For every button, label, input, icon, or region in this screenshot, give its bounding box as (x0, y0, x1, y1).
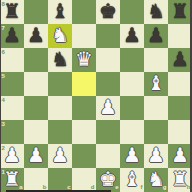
square-a3[interactable]: 3 (0, 120, 24, 144)
square-b5[interactable] (24, 72, 48, 96)
square-b1[interactable]: b (24, 168, 48, 192)
square-b6[interactable] (24, 48, 48, 72)
square-e1[interactable]: e♚ (96, 168, 120, 192)
square-c7[interactable]: ♞ (48, 24, 72, 48)
square-g8[interactable]: ♞ (144, 0, 168, 24)
square-e5[interactable] (96, 72, 120, 96)
square-f8[interactable] (120, 0, 144, 24)
square-c2[interactable]: ♟ (48, 144, 72, 168)
square-b2[interactable]: ♟ (24, 144, 48, 168)
square-h6[interactable]: ♟ (168, 48, 192, 72)
piece-white-pawn[interactable]: ♟ (96, 96, 120, 120)
square-e6[interactable] (96, 48, 120, 72)
bottom-window-seam (6, 190, 111, 192)
square-g1[interactable]: g♞ (144, 168, 168, 192)
square-g5[interactable]: ♝ (144, 72, 168, 96)
square-a4[interactable]: 4 (0, 96, 24, 120)
coord-rank-3: 3 (2, 121, 5, 128)
square-f1[interactable]: f♝ (120, 168, 144, 192)
square-h3[interactable] (168, 120, 192, 144)
right-edge-strip (190, 0, 192, 192)
piece-white-pawn[interactable]: ♟ (24, 144, 48, 168)
piece-black-pawn[interactable]: ♟ (0, 24, 24, 48)
square-a7[interactable]: 7♟ (0, 24, 24, 48)
square-e8[interactable]: ♚ (96, 0, 120, 24)
square-a6[interactable]: 6 (0, 48, 24, 72)
square-d4[interactable] (72, 96, 96, 120)
square-e4[interactable]: ♟ (96, 96, 120, 120)
square-g2[interactable]: ♟ (144, 144, 168, 168)
square-c3[interactable] (48, 120, 72, 144)
square-a5[interactable]: 5 (0, 72, 24, 96)
piece-black-pawn[interactable]: ♟ (120, 24, 144, 48)
square-d1[interactable]: d (72, 168, 96, 192)
chess-board[interactable]: 8♜♝♚♞♜7♟♟♞♟♟6♞♛♟5♝4♟32♟♟♟♟♟♟1a♜bcde♚f♝g♞… (0, 0, 192, 192)
piece-black-pawn[interactable]: ♟ (24, 24, 48, 48)
square-g3[interactable] (144, 120, 168, 144)
square-d2[interactable] (72, 144, 96, 168)
piece-black-rook[interactable]: ♜ (0, 0, 24, 24)
coord-rank-4: 4 (2, 97, 5, 104)
piece-white-knight[interactable]: ♞ (144, 168, 168, 192)
square-b3[interactable] (24, 120, 48, 144)
piece-black-pawn[interactable]: ♟ (168, 48, 192, 72)
board-left-edge (0, 0, 1, 192)
piece-white-bishop[interactable]: ♝ (144, 72, 168, 96)
square-c8[interactable]: ♝ (48, 0, 72, 24)
square-c1[interactable]: c (48, 168, 72, 192)
square-h4[interactable] (168, 96, 192, 120)
square-g4[interactable] (144, 96, 168, 120)
square-h1[interactable]: h♜ (168, 168, 192, 192)
piece-white-pawn[interactable]: ♟ (168, 144, 192, 168)
square-b4[interactable] (24, 96, 48, 120)
square-c6[interactable]: ♞ (48, 48, 72, 72)
piece-white-pawn[interactable]: ♟ (0, 144, 24, 168)
square-d5[interactable] (72, 72, 96, 96)
square-c4[interactable] (48, 96, 72, 120)
piece-white-bishop[interactable]: ♝ (120, 168, 144, 192)
square-g6[interactable] (144, 48, 168, 72)
square-d6[interactable]: ♛ (72, 48, 96, 72)
coord-rank-5: 5 (2, 73, 5, 80)
piece-white-knight[interactable]: ♞ (48, 24, 72, 48)
piece-white-pawn[interactable]: ♟ (48, 144, 72, 168)
square-f4[interactable] (120, 96, 144, 120)
square-a8[interactable]: 8♜ (0, 0, 24, 24)
square-h5[interactable] (168, 72, 192, 96)
piece-white-queen[interactable]: ♛ (72, 48, 96, 72)
square-b7[interactable]: ♟ (24, 24, 48, 48)
square-e2[interactable] (96, 144, 120, 168)
square-e7[interactable] (96, 24, 120, 48)
coord-rank-6: 6 (2, 49, 5, 56)
square-a1[interactable]: 1a♜ (0, 168, 24, 192)
piece-black-knight[interactable]: ♞ (144, 0, 168, 24)
square-h8[interactable]: ♜ (168, 0, 192, 24)
square-h2[interactable]: ♟ (168, 144, 192, 168)
square-f2[interactable]: ♟ (120, 144, 144, 168)
square-h7[interactable] (168, 24, 192, 48)
piece-white-pawn[interactable]: ♟ (144, 144, 168, 168)
piece-black-rook[interactable]: ♜ (168, 0, 192, 24)
square-d3[interactable] (72, 120, 96, 144)
square-d8[interactable] (72, 0, 96, 24)
square-b8[interactable] (24, 0, 48, 24)
square-f3[interactable] (120, 120, 144, 144)
piece-black-king[interactable]: ♚ (96, 0, 120, 24)
piece-black-bishop[interactable]: ♝ (48, 0, 72, 24)
piece-white-king[interactable]: ♚ (96, 168, 120, 192)
square-a2[interactable]: 2♟ (0, 144, 24, 168)
square-f5[interactable] (120, 72, 144, 96)
piece-black-knight[interactable]: ♞ (48, 48, 72, 72)
square-d7[interactable] (72, 24, 96, 48)
square-c5[interactable] (48, 72, 72, 96)
piece-white-rook[interactable]: ♜ (168, 168, 192, 192)
piece-black-pawn[interactable]: ♟ (144, 24, 168, 48)
square-f7[interactable]: ♟ (120, 24, 144, 48)
piece-white-pawn[interactable]: ♟ (120, 144, 144, 168)
square-e3[interactable] (96, 120, 120, 144)
square-f6[interactable] (120, 48, 144, 72)
square-g7[interactable]: ♟ (144, 24, 168, 48)
piece-white-rook[interactable]: ♜ (0, 168, 24, 192)
